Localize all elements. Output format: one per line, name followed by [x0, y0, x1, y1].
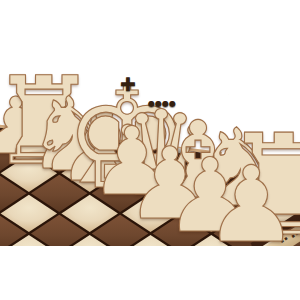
chess-piece-pawn: ♟: [204, 153, 298, 258]
chess-set-photo: ▪▪▪▪▪▪▪▪▪▪ ♟♟♟♟♟♟♟♟♜♞♝♚✚♛●●●●♝♞♜: [0, 0, 300, 300]
photo-crop-bottom: [0, 246, 300, 300]
